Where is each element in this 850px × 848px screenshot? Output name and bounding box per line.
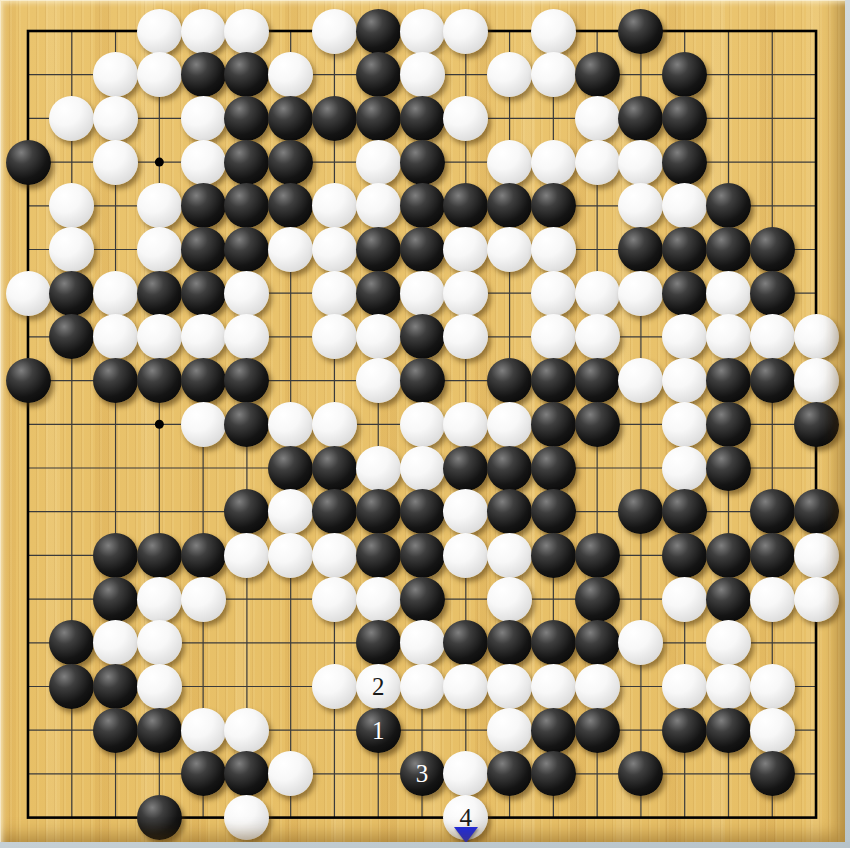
stone-black (400, 358, 445, 403)
stone-black (575, 52, 620, 97)
stone-black (531, 489, 576, 534)
stone-black (575, 358, 620, 403)
stone-white (750, 664, 795, 709)
stone-black (181, 533, 226, 578)
stone-white (443, 271, 488, 316)
stone-black (137, 271, 182, 316)
window-frame-right (845, 0, 850, 848)
stone-white (531, 9, 576, 54)
stone-white (443, 9, 488, 54)
stone-white (531, 664, 576, 709)
stone-white (312, 9, 357, 54)
stone-black (181, 751, 226, 796)
stone-black (531, 708, 576, 753)
stone-white (487, 533, 532, 578)
stone-black (706, 227, 751, 272)
stone-black (137, 795, 182, 840)
stone-white (487, 664, 532, 709)
stone-white (224, 708, 269, 753)
stone-white (356, 183, 401, 228)
stone-white (356, 358, 401, 403)
stone-white (356, 446, 401, 491)
stone-white (750, 314, 795, 359)
stone-white (618, 140, 663, 185)
stone-black (400, 314, 445, 359)
stone-white (181, 96, 226, 141)
stone-white (312, 533, 357, 578)
stone-white (312, 664, 357, 709)
stone-black: 3 (400, 751, 445, 796)
stone-white (443, 402, 488, 447)
stone-black (662, 96, 707, 141)
stone-black (181, 52, 226, 97)
stone-white (443, 664, 488, 709)
stone-black (181, 227, 226, 272)
stone-white (400, 271, 445, 316)
stone-black (356, 227, 401, 272)
move-number-1: 1 (356, 708, 401, 753)
stone-black (400, 533, 445, 578)
stone-black (181, 271, 226, 316)
stone-black (312, 446, 357, 491)
stone-white (487, 227, 532, 272)
stone-white (181, 708, 226, 753)
stone-black (794, 489, 839, 534)
stone-white (400, 402, 445, 447)
stone-black (49, 664, 94, 709)
stone-white (137, 314, 182, 359)
stone-white (49, 227, 94, 272)
stone-white (93, 96, 138, 141)
stone-black (750, 533, 795, 578)
stone-black (400, 577, 445, 622)
stone-white (181, 140, 226, 185)
stone-black (49, 271, 94, 316)
stone-black (312, 96, 357, 141)
stone-white (750, 708, 795, 753)
stone-white (181, 402, 226, 447)
stone-black (268, 446, 313, 491)
stone-black (706, 577, 751, 622)
window-frame-bottom (0, 842, 850, 848)
stone-white (137, 52, 182, 97)
stone-black (618, 9, 663, 54)
stone-black (531, 533, 576, 578)
stone-white (662, 402, 707, 447)
stone-white (487, 708, 532, 753)
stone-white (443, 96, 488, 141)
stone-black (662, 271, 707, 316)
stone-white (531, 52, 576, 97)
stone-black (706, 708, 751, 753)
stone-white (531, 227, 576, 272)
star-point (155, 158, 164, 167)
stone-black (575, 533, 620, 578)
stone-white (137, 9, 182, 54)
stone-black (531, 446, 576, 491)
stone-black (137, 358, 182, 403)
stone-white (6, 271, 51, 316)
stone-white (662, 577, 707, 622)
stone-white (487, 402, 532, 447)
stone-black (400, 96, 445, 141)
stone-black (93, 664, 138, 709)
stone-black (356, 533, 401, 578)
stone-white (312, 227, 357, 272)
stone-white (662, 358, 707, 403)
stone-white (487, 52, 532, 97)
go-board[interactable]: 2134 (0, 0, 850, 848)
stone-black (224, 140, 269, 185)
stone-white (794, 577, 839, 622)
stone-black (575, 708, 620, 753)
stone-black (575, 620, 620, 665)
stone-white (268, 533, 313, 578)
stone-white (575, 96, 620, 141)
stone-black (706, 358, 751, 403)
stone-black (356, 96, 401, 141)
stone-white (224, 271, 269, 316)
stone-white (137, 620, 182, 665)
stone-black (750, 358, 795, 403)
stone-black (662, 533, 707, 578)
stone-white (531, 314, 576, 359)
last-move-triangle-marker (454, 827, 478, 843)
stone-black (750, 227, 795, 272)
stone-black (662, 140, 707, 185)
stone-white (400, 620, 445, 665)
stone-black (268, 96, 313, 141)
stone-black (93, 708, 138, 753)
stone-white (443, 227, 488, 272)
stone-black (137, 708, 182, 753)
stone-white (356, 577, 401, 622)
stone-white (531, 271, 576, 316)
stone-black (137, 533, 182, 578)
stone-black (750, 489, 795, 534)
stone-white (268, 402, 313, 447)
stone-black (224, 402, 269, 447)
stone-black (181, 358, 226, 403)
stone-white (181, 314, 226, 359)
stone-black (662, 227, 707, 272)
stone-white (312, 271, 357, 316)
stone-white (662, 664, 707, 709)
stone-black (706, 533, 751, 578)
stone-white (400, 52, 445, 97)
stone-white (662, 446, 707, 491)
stone-white (137, 664, 182, 709)
stone-black: 1 (356, 708, 401, 753)
stone-black (487, 489, 532, 534)
stone-black (794, 402, 839, 447)
stone-white (575, 314, 620, 359)
stone-black (312, 489, 357, 534)
stone-white (750, 577, 795, 622)
stone-black (181, 183, 226, 228)
stone-black (443, 446, 488, 491)
stone-black (268, 140, 313, 185)
stone-black (400, 140, 445, 185)
stone-white (706, 620, 751, 665)
stone-white (487, 140, 532, 185)
stone-white (181, 577, 226, 622)
stone-black (706, 183, 751, 228)
stone-black (575, 577, 620, 622)
stone-black (400, 227, 445, 272)
stone-black (6, 358, 51, 403)
stone-black (356, 489, 401, 534)
stone-black (487, 358, 532, 403)
stone-white (137, 227, 182, 272)
stone-black (93, 358, 138, 403)
stone-black (6, 140, 51, 185)
stone-white (400, 664, 445, 709)
stone-white (575, 140, 620, 185)
stone-black (356, 52, 401, 97)
stone-white (312, 577, 357, 622)
stone-black (400, 489, 445, 534)
stone-black (356, 620, 401, 665)
stone-white (618, 271, 663, 316)
move-number-2: 2 (356, 664, 401, 709)
stone-white (312, 183, 357, 228)
stone-black (706, 446, 751, 491)
stone-black (224, 96, 269, 141)
stone-black (356, 271, 401, 316)
stone-white (268, 227, 313, 272)
stone-black (93, 577, 138, 622)
stone-white (531, 140, 576, 185)
stone-white (487, 577, 532, 622)
stone-white (794, 358, 839, 403)
stone-white (794, 533, 839, 578)
stone-white (400, 446, 445, 491)
stone-white (224, 533, 269, 578)
stone-black (531, 620, 576, 665)
stone-white (706, 664, 751, 709)
stone-white (575, 271, 620, 316)
stone-white (49, 96, 94, 141)
stone-white (137, 577, 182, 622)
stone-black (531, 751, 576, 796)
stone-black (618, 96, 663, 141)
stone-white (93, 271, 138, 316)
stone-white (137, 183, 182, 228)
stone-black (575, 402, 620, 447)
stone-white (706, 271, 751, 316)
stone-black (706, 402, 751, 447)
stone-black (531, 358, 576, 403)
stone-white (93, 140, 138, 185)
stone-white (224, 9, 269, 54)
stone-black (531, 183, 576, 228)
stone-white (794, 314, 839, 359)
stone-white: 2 (356, 664, 401, 709)
stone-black (750, 271, 795, 316)
stone-black (400, 183, 445, 228)
stone-black (531, 402, 576, 447)
move-number-3: 3 (400, 751, 445, 796)
stone-white (356, 140, 401, 185)
stone-white (443, 533, 488, 578)
star-point (155, 420, 164, 429)
stone-white (181, 9, 226, 54)
stone-white (400, 9, 445, 54)
stone-black (662, 708, 707, 753)
stone-white (575, 664, 620, 709)
stone-black (93, 533, 138, 578)
stone-black (487, 446, 532, 491)
stone-white (312, 402, 357, 447)
stone-white (93, 52, 138, 97)
stone-black (750, 751, 795, 796)
stone-white (356, 314, 401, 359)
stone-black (356, 9, 401, 54)
